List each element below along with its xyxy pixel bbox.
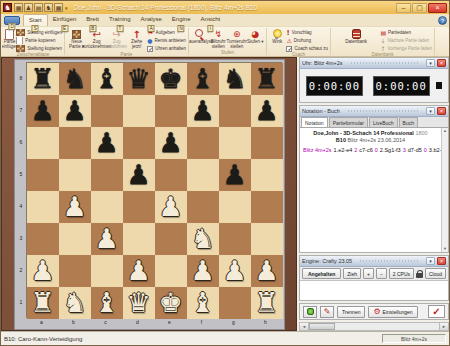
black-bishop: ♝ <box>187 63 219 94</box>
dropdown-caret-icon: ▾ <box>261 39 263 44</box>
opening-status-text: B10: Caro-Kann-Verteidigung <box>4 336 82 342</box>
white-pawn: ♟ <box>123 255 155 286</box>
square-b1[interactable]: ♞ <box>59 287 91 319</box>
group-label: Coach <box>267 52 330 56</box>
square-a7[interactable]: ♟ <box>27 95 59 127</box>
tab-brett[interactable]: BrettB <box>81 14 104 26</box>
panel-menu-icon[interactable]: ▾ <box>426 59 435 67</box>
square-c4[interactable] <box>91 191 123 223</box>
panel-grip[interactable] <box>348 110 418 112</box>
threat-warning-icon: ⚠ <box>286 38 291 44</box>
white-rook: ♜ <box>27 287 59 318</box>
rank-label-1: 1 <box>17 286 26 318</box>
move[interactable]: 2.Sg1-f3 <box>380 147 401 153</box>
square-c6[interactable]: ♟ <box>91 127 123 159</box>
black-pawn: ♟ <box>251 95 283 126</box>
square-h8[interactable]: ♜ <box>251 63 283 95</box>
square-f3[interactable]: ♞ <box>187 223 219 255</box>
engine-panel-title: Engine: Crafty 23.05 <box>302 258 352 264</box>
white-pawn: ♟ <box>251 255 283 286</box>
file-label-f: f <box>186 318 218 327</box>
keytip: S <box>32 25 39 32</box>
notation-scrollbar[interactable]: ▲ ▼ <box>441 128 448 252</box>
square-d5[interactable]: ♟ <box>123 159 155 191</box>
tab-einfügen[interactable]: EinfügenE <box>48 14 82 26</box>
clock-panel: Uhr: Blitz 4m+2s ▾ × 0:00:00 0:00:00 <box>299 57 449 103</box>
partie-kopieren-button[interactable]: Partie kopieren <box>16 37 62 44</box>
square-c3[interactable]: ♟ <box>91 223 123 255</box>
file-label-d: d <box>122 318 154 327</box>
partiedaten-button[interactable]: ▤Partiedaten <box>380 29 432 36</box>
square-g6[interactable] <box>219 127 251 159</box>
board-icon <box>16 45 25 52</box>
keytip: A <box>148 25 155 32</box>
white-pawn: ♟ <box>59 191 91 222</box>
notation-tab-notation[interactable]: Notation <box>301 117 328 127</box>
move-time[interactable]: 3 <box>403 147 406 153</box>
square-f6[interactable] <box>187 127 219 159</box>
rank-label-2: 2 <box>17 254 26 286</box>
quick-access-toolbar: ▦♟▤♞▦ <box>14 3 63 12</box>
engine-move-button[interactable]: Zieh <box>343 268 361 279</box>
square-b7[interactable]: ♟ <box>59 95 91 127</box>
rank-label-8: 8 <box>17 62 26 94</box>
board-frame: 87654321 ♜♞♝♛♚♝♞♜♟♟♟♟♟♟♟♟♟♟♟♞♟♟♟♟♟♜♞♝♛♚♝… <box>14 59 285 330</box>
remis-anbieten-button[interactable]: ●Remis anbieten <box>147 37 186 44</box>
minimize-button[interactable]: – <box>396 3 411 13</box>
tab-training[interactable]: TrainingT <box>104 14 135 26</box>
partie-einfuegen-button[interactable]: Partie einfügen <box>4 28 15 49</box>
square-h5[interactable] <box>251 159 283 191</box>
black-queen: ♛ <box>123 63 155 94</box>
knight-icon[interactable]: ♞ <box>44 3 53 12</box>
file-label-h: h <box>250 318 282 327</box>
checkbox-checked-icon: ✓ <box>147 46 153 52</box>
ribbon-tab-row: D StartSEinfügenEBrettBTrainingTAnalyseA… <box>1 14 449 27</box>
square-f2[interactable]: ♟ <box>187 255 219 287</box>
time-control-label: Blitz 4m+2s <box>303 147 332 153</box>
black-pawn: ♟ <box>123 159 155 190</box>
game-header-eco: B10 <box>336 137 346 143</box>
square-e2[interactable] <box>155 255 187 287</box>
ziehe-jetzt-button[interactable]: ↑ Ziehe jetzt! <box>127 28 146 49</box>
notation-panel: Notation - Buch ▾ × NotationPartieformul… <box>299 105 449 253</box>
page-icon <box>16 37 23 44</box>
side-to-move-indicator <box>436 82 443 89</box>
square-h6[interactable] <box>251 127 283 159</box>
white-pawn: ♟ <box>27 255 59 286</box>
clipboard-icon <box>5 29 14 40</box>
game-header-rating: 1800 <box>415 130 427 136</box>
black-rook: ♜ <box>251 63 283 94</box>
notation-icon[interactable]: ▤ <box>34 3 43 12</box>
file-label-c: c <box>90 318 122 327</box>
black-pawn: ♟ <box>219 159 251 190</box>
stellung-einfuegen-button[interactable]: Stellung einfügen <box>16 29 62 36</box>
notation-content[interactable]: Doe,John - 3D-Schach 14 Professional 180… <box>300 128 448 252</box>
game-header-players: Doe,John - 3D-Schach 14 Professional <box>313 130 414 136</box>
panel-grip[interactable] <box>360 260 418 262</box>
panel-menu-icon[interactable]: ▾ <box>426 107 435 115</box>
square-b6[interactable] <box>59 127 91 159</box>
square-e1[interactable]: ♚ <box>155 287 187 319</box>
black-knight: ♞ <box>219 63 251 94</box>
magnifier-icon <box>195 29 205 39</box>
square-e4[interactable]: ♟ <box>155 191 187 223</box>
square-d1[interactable]: ♛ <box>123 287 155 319</box>
panel-close-icon[interactable]: × <box>437 59 446 67</box>
black-bishop: ♝ <box>91 63 123 94</box>
square-d7[interactable] <box>123 95 155 127</box>
help-icon[interactable]: ? <box>438 16 447 25</box>
tab-ansicht[interactable]: AnsichtI <box>196 14 226 26</box>
wink-button[interactable]: Wink <box>269 28 285 44</box>
black-rook: ♜ <box>27 63 59 94</box>
engine-minus-button[interactable]: − <box>376 268 387 279</box>
white-clock: 0:00:00 <box>306 76 363 96</box>
white-pawn: ♟ <box>187 255 219 286</box>
stufen-button[interactable]: ◕ Stufen ▾ <box>247 28 265 44</box>
notation-panel-title: Notation - Buch <box>302 108 340 114</box>
previous-game-icon: ↑ <box>380 46 385 52</box>
keytip: B <box>89 25 96 32</box>
tab-engine[interactable]: EngineN <box>167 14 196 26</box>
square-f5[interactable] <box>187 159 219 191</box>
square-b3[interactable] <box>59 223 91 255</box>
black-pawn: ♟ <box>27 95 59 126</box>
qat-caret-icon[interactable]: ▾ <box>65 5 68 11</box>
database-icon <box>352 29 361 39</box>
white-pawn: ♟ <box>91 223 123 254</box>
pencil-slash-icon: ✎ <box>324 307 331 316</box>
scroll-down-icon[interactable]: ▼ <box>443 246 447 252</box>
square-a8[interactable]: ♜ <box>27 63 59 95</box>
panel-close-icon[interactable]: × <box>437 257 446 265</box>
white-pawn: ♟ <box>219 255 251 286</box>
square-h7[interactable]: ♟ <box>251 95 283 127</box>
turnieruhr-stellen-button[interactable]: ⊛ Turnieruhr stellen <box>228 28 246 49</box>
file-label-b: b <box>58 318 90 327</box>
ribbon: Partie einfügen Stellung einfügen Partie… <box>1 27 449 57</box>
drohung-button[interactable]: ⚠Drohung <box>286 37 328 44</box>
engine-led-button[interactable] <box>303 306 317 318</box>
notation-tabs: NotationPartieformularLiveBuchBuch <box>300 117 448 128</box>
square-b5[interactable] <box>59 159 91 191</box>
file-menu-button[interactable]: D <box>4 16 20 25</box>
levels-gauge-icon: ◕ <box>251 32 259 37</box>
close-button[interactable]: × <box>428 3 447 13</box>
horizontal-scrollbar[interactable]: ◄ ► <box>299 322 449 331</box>
rank-label-4: 4 <box>17 190 26 222</box>
square-e3[interactable] <box>155 223 187 255</box>
maximize-button[interactable]: ▢ <box>412 3 427 13</box>
tab-analyse[interactable]: AnalyseA <box>136 14 167 26</box>
move[interactable]: d7-d5 <box>408 147 422 153</box>
group-datenbank: Datenbank ▤Partiedaten ↓Nächste Partie l… <box>331 27 434 56</box>
ribbon-tabs: StartSEinfügenEBrettBTrainingTAnalyseAEn… <box>23 14 225 26</box>
panel-grip[interactable] <box>351 62 419 64</box>
square-c5[interactable] <box>91 159 123 191</box>
tournament-clock-icon: ⊛ <box>233 32 241 37</box>
disconnect-icon-button[interactable]: ✎ <box>320 306 334 318</box>
square-c1[interactable]: ♝ <box>91 287 123 319</box>
redo-move-icon: ↪ <box>112 32 120 37</box>
engine-plus-button[interactable]: + <box>363 268 374 279</box>
settings-gear-icon: ⚙ <box>373 308 380 316</box>
keytip: N <box>178 25 185 32</box>
window-title: Doe,John - 3D-Schach 14 Professional (18… <box>74 4 394 11</box>
square-h4[interactable] <box>251 191 283 223</box>
move-time[interactable]: 2 <box>354 147 357 153</box>
naechste-partie-button[interactable]: ↓Nächste Partie laden <box>380 37 432 44</box>
white-knight: ♞ <box>187 223 219 254</box>
square-b8[interactable]: ♞ <box>59 63 91 95</box>
square-c8[interactable]: ♝ <box>91 63 123 95</box>
scrollbar-thumb[interactable] <box>309 323 335 330</box>
lightbulb-icon <box>273 29 281 39</box>
draw-offer-icon: ● <box>147 38 152 44</box>
notation-tab-partieformular[interactable]: Partieformular <box>329 117 368 127</box>
confirm-check-button[interactable]: ✓ <box>428 305 445 318</box>
trennen-button[interactable]: Trennen <box>337 306 365 318</box>
keytip: E <box>61 25 68 32</box>
square-e7[interactable] <box>155 95 187 127</box>
board-icon <box>16 29 25 36</box>
file-label-a: a <box>26 318 58 327</box>
square-g2[interactable]: ♟ <box>219 255 251 287</box>
square-h3[interactable] <box>251 223 283 255</box>
white-knight: ♞ <box>59 287 91 318</box>
move-time[interactable]: 0 <box>424 147 427 153</box>
group-label: Stufen <box>189 50 266 56</box>
next-game-icon: ↓ <box>380 38 385 44</box>
square-g5[interactable]: ♟ <box>219 159 251 191</box>
square-d3[interactable] <box>123 223 155 255</box>
black-clock: 0:00:00 <box>373 76 430 96</box>
square-g3[interactable] <box>219 223 251 255</box>
white-pawn: ♟ <box>155 191 187 222</box>
coach-schaut-zu-checkbox[interactable]: ✓Coach schaut zu <box>286 45 328 52</box>
white-rook: ♜ <box>251 287 283 318</box>
scroll-up-icon[interactable]: ▲ <box>443 128 447 134</box>
file-keytip: D <box>8 23 15 30</box>
black-pawn: ♟ <box>59 95 91 126</box>
white-king: ♚ <box>155 287 187 318</box>
square-f4[interactable] <box>187 191 219 223</box>
keytip: I <box>208 25 213 32</box>
square-e5[interactable] <box>155 159 187 191</box>
blitz-clock-icon: ↯ <box>214 32 222 37</box>
file-label-e: e <box>154 318 186 327</box>
square-a1[interactable]: ♜ <box>27 287 59 319</box>
app-window: ♞ ▦♟▤♞▦ ▾ Doe,John - 3D-Schach 14 Profes… <box>0 0 450 346</box>
position-icon[interactable]: ▦ <box>54 3 63 12</box>
status-bar: B10: Caro-Kann-Verteidigung Blitz 4m+2s <box>1 331 449 345</box>
square-c7[interactable] <box>91 95 123 127</box>
engine-output <box>300 281 448 300</box>
move[interactable]: c7-c6 <box>359 147 372 153</box>
move-list[interactable]: Blitz 4m+2s1.e2-e42c7-c602.Sg1-f33d7-d50… <box>303 146 438 154</box>
square-f1[interactable]: ♝ <box>187 287 219 319</box>
square-a5[interactable] <box>27 159 59 191</box>
file-labels: abcdefgh <box>26 318 282 327</box>
einstellungen-button[interactable]: ⚙Einstellungen <box>368 306 417 318</box>
rank-label-3: 3 <box>17 222 26 254</box>
undo-move-icon: ↩ <box>92 32 100 37</box>
white-bishop: ♝ <box>91 287 123 318</box>
square-g4[interactable] <box>219 191 251 223</box>
square-d8[interactable]: ♛ <box>123 63 155 95</box>
square-g8[interactable]: ♞ <box>219 63 251 95</box>
rank-label-7: 7 <box>17 94 26 126</box>
square-e8[interactable]: ♚ <box>155 63 187 95</box>
white-queen: ♛ <box>123 287 155 318</box>
suggestion-icon: ! <box>286 30 289 36</box>
engine-state-button[interactable]: Angehalten <box>302 268 341 279</box>
black-pawn: ♟ <box>91 127 123 158</box>
square-d4[interactable] <box>123 191 155 223</box>
board-icon[interactable]: ▦ <box>14 3 23 12</box>
engine-bottom-toolbar: ✎ Trennen ⚙Einstellungen ✓ <box>299 303 449 320</box>
lock-icon[interactable] <box>416 273 423 278</box>
rank-labels: 87654321 <box>17 62 26 318</box>
group-label: Zwischenablage <box>2 52 64 56</box>
rank-label-6: 6 <box>17 126 26 158</box>
app-icon[interactable]: ♞ <box>3 3 12 12</box>
panel-menu-icon[interactable]: ▾ <box>426 257 435 265</box>
new-game-board-icon <box>72 30 81 39</box>
square-e6[interactable]: ♟ <box>155 127 187 159</box>
group-label: Datenbank <box>331 52 434 56</box>
square-b4[interactable]: ♟ <box>59 191 91 223</box>
move-time[interactable]: 0 <box>375 147 378 153</box>
engine-panel: Engine: Crafty 23.05 ▾ × Angehalten Zieh… <box>299 255 449 301</box>
group-coach: Wink !Vorschlag ⚠Drohung ✓Coach schaut z… <box>267 27 330 56</box>
notation-tab-livebuch[interactable]: LiveBuch <box>369 117 398 127</box>
panel-close-icon[interactable]: × <box>437 107 446 115</box>
chess-board[interactable]: ♜♞♝♛♚♝♞♜♟♟♟♟♟♟♟♟♟♟♟♞♟♟♟♟♟♜♞♝♛♚♝♜ <box>26 62 282 318</box>
green-led-icon <box>307 308 314 315</box>
time-control-status: Blitz 4m+2s <box>382 334 446 343</box>
move-now-arrow-icon: ↑ <box>133 32 141 37</box>
engine-cloud-button[interactable]: Cloud <box>425 268 446 279</box>
scroll-right-icon[interactable]: ► <box>439 323 448 330</box>
scroll-left-icon[interactable]: ◄ <box>300 323 309 330</box>
black-knight: ♞ <box>59 63 91 94</box>
title-bar: ♞ ▦♟▤♞▦ ▾ Doe,John - 3D-Schach 14 Profes… <box>1 1 449 14</box>
board-panel: 87654321 ♜♞♝♛♚♝♞♜♟♟♟♟♟♟♟♟♟♟♟♞♟♟♟♟♟♜♞♝♛♚♝… <box>1 57 297 331</box>
square-h1[interactable]: ♜ <box>251 287 283 319</box>
group-stufen: Daueranalyse ↯ Blitzuhr stellen ⊛ Turnie… <box>189 27 266 56</box>
group-label: Partie <box>65 52 188 56</box>
square-g1[interactable] <box>219 287 251 319</box>
rank-label-5: 5 <box>17 158 26 190</box>
square-d2[interactable]: ♟ <box>123 255 155 287</box>
daueranalyse-button[interactable]: Daueranalyse <box>191 28 209 44</box>
square-a3[interactable] <box>27 223 59 255</box>
black-king: ♚ <box>155 63 187 94</box>
checkbox-checked-icon: ✓ <box>286 46 292 52</box>
file-label-g: g <box>218 318 250 327</box>
square-g7[interactable] <box>219 95 251 127</box>
square-d6[interactable] <box>123 127 155 159</box>
engine-cpus-button[interactable]: 2 CPUs <box>389 268 414 279</box>
square-a2[interactable]: ♟ <box>27 255 59 287</box>
notation-tab-buch[interactable]: Buch <box>399 117 418 127</box>
clock-panel-title: Uhr: Blitz 4m+2s <box>302 60 343 66</box>
square-h2[interactable]: ♟ <box>251 255 283 287</box>
vorherige-partie-button[interactable]: ↑Vorherige Partie laden <box>380 45 432 52</box>
keytip: T <box>116 25 123 32</box>
uhren-anhalten-checkbox[interactable]: ✓Uhren anhalten <box>147 45 186 52</box>
game-header-event: Blitz 4m+2s 23.06.2014 <box>347 137 405 143</box>
tab-start[interactable]: StartS <box>23 14 48 26</box>
square-c2[interactable] <box>91 255 123 287</box>
square-b2[interactable] <box>59 255 91 287</box>
pieces-icon[interactable]: ♟ <box>24 3 33 12</box>
group-partie: Neue Partie ▾ ↩ Zug zurücknehmen ↪ Zug a… <box>65 27 188 56</box>
vorschlag-button[interactable]: !Vorschlag <box>286 29 328 36</box>
square-f8[interactable]: ♝ <box>187 63 219 95</box>
datenbank-button[interactable]: Datenbank <box>333 28 379 44</box>
square-f7[interactable]: ♟ <box>187 95 219 127</box>
black-pawn: ♟ <box>187 95 219 126</box>
square-a4[interactable] <box>27 191 59 223</box>
group-separator <box>434 28 435 55</box>
stellung-kopieren-button[interactable]: Stellung kopieren <box>16 45 62 52</box>
white-bishop: ♝ <box>187 287 219 318</box>
game-data-icon: ▤ <box>380 30 386 36</box>
black-pawn: ♟ <box>155 127 187 158</box>
move[interactable]: 1.e2-e4 <box>334 147 353 153</box>
square-a6[interactable] <box>27 127 59 159</box>
